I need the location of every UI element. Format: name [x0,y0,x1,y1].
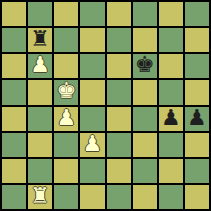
square-h1[interactable] [185,185,209,209]
white-pawn-piece[interactable]: ♟ [56,107,76,129]
square-h2[interactable] [185,159,209,183]
square-e8[interactable] [107,2,131,26]
square-e6[interactable] [107,54,131,78]
square-f2[interactable] [133,159,157,183]
chess-board: ♜♟♚♚♟♟♟♟♜ [0,0,211,211]
square-a7[interactable] [2,28,26,52]
square-e7[interactable] [107,28,131,52]
square-b2[interactable] [28,159,52,183]
square-h6[interactable] [185,54,209,78]
white-pawn-piece[interactable]: ♟ [83,133,103,155]
white-king-piece[interactable]: ♚ [56,80,76,102]
white-pawn-piece[interactable]: ♟ [30,54,50,76]
square-h5[interactable] [185,80,209,104]
square-c3[interactable] [54,133,78,157]
square-a2[interactable] [2,159,26,183]
square-c7[interactable] [54,28,78,52]
square-d1[interactable] [80,185,104,209]
square-b8[interactable] [28,2,52,26]
square-f8[interactable] [133,2,157,26]
square-a8[interactable] [2,2,26,26]
square-h3[interactable] [185,133,209,157]
square-h8[interactable] [185,2,209,26]
square-g7[interactable] [159,28,183,52]
square-h4[interactable]: ♟ [185,107,209,131]
square-f4[interactable] [133,107,157,131]
black-pawn-piece[interactable]: ♟ [161,107,181,129]
square-f5[interactable] [133,80,157,104]
square-d4[interactable] [80,107,104,131]
square-b6[interactable]: ♟ [28,54,52,78]
square-b5[interactable] [28,80,52,104]
square-g5[interactable] [159,80,183,104]
square-g3[interactable] [159,133,183,157]
square-a1[interactable] [2,185,26,209]
square-e4[interactable] [107,107,131,131]
square-e3[interactable] [107,133,131,157]
square-a3[interactable] [2,133,26,157]
square-d8[interactable] [80,2,104,26]
square-f3[interactable] [133,133,157,157]
square-a5[interactable] [2,80,26,104]
square-d5[interactable] [80,80,104,104]
square-b7[interactable]: ♜ [28,28,52,52]
square-c4[interactable]: ♟ [54,107,78,131]
square-b4[interactable] [28,107,52,131]
square-d7[interactable] [80,28,104,52]
square-c8[interactable] [54,2,78,26]
square-g8[interactable] [159,2,183,26]
square-e5[interactable] [107,80,131,104]
square-f6[interactable]: ♚ [133,54,157,78]
white-rook-piece[interactable]: ♜ [30,185,50,207]
black-king-piece[interactable]: ♚ [135,54,155,76]
square-g4[interactable]: ♟ [159,107,183,131]
square-g2[interactable] [159,159,183,183]
square-c2[interactable] [54,159,78,183]
square-g1[interactable] [159,185,183,209]
square-d6[interactable] [80,54,104,78]
square-b3[interactable] [28,133,52,157]
square-f7[interactable] [133,28,157,52]
square-c5[interactable]: ♚ [54,80,78,104]
square-b1[interactable]: ♜ [28,185,52,209]
square-f1[interactable] [133,185,157,209]
square-e1[interactable] [107,185,131,209]
black-rook-piece[interactable]: ♜ [30,28,50,50]
square-h7[interactable] [185,28,209,52]
square-c1[interactable] [54,185,78,209]
square-d2[interactable] [80,159,104,183]
square-g6[interactable] [159,54,183,78]
square-c6[interactable] [54,54,78,78]
square-e2[interactable] [107,159,131,183]
black-pawn-piece[interactable]: ♟ [187,107,207,129]
square-d3[interactable]: ♟ [80,133,104,157]
square-a4[interactable] [2,107,26,131]
square-a6[interactable] [2,54,26,78]
